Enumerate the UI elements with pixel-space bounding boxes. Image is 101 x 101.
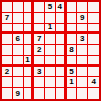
cell-r8c3-empty[interactable] (24, 77, 35, 88)
cell-r9c4-empty[interactable] (34, 88, 45, 99)
cell-r8c4-empty[interactable] (34, 77, 45, 88)
cell-r1c9-empty[interactable] (88, 2, 99, 13)
cell-r7c8-empty[interactable] (77, 67, 88, 78)
cell-r3c9-empty[interactable] (88, 24, 99, 35)
cell-r7c6-empty[interactable] (56, 67, 67, 78)
cell-r1c1-empty[interactable] (2, 2, 13, 13)
cell-r2c4-empty[interactable] (34, 13, 45, 24)
cell-r1c7-empty[interactable] (67, 2, 78, 13)
cell-r9c7-empty[interactable] (67, 88, 78, 99)
cell-r1c8-empty[interactable] (77, 2, 88, 13)
cell-r3c5-given: 1 (45, 24, 56, 35)
cell-r6c2-empty[interactable] (13, 56, 24, 67)
cell-r3c7-empty[interactable] (67, 24, 78, 35)
cell-r8c7-given: 1 (67, 77, 78, 88)
cell-r6c9-empty[interactable] (88, 56, 99, 67)
cell-r2c6-empty[interactable] (56, 13, 67, 24)
cell-r6c6-empty[interactable] (56, 56, 67, 67)
cell-r5c2-empty[interactable] (13, 45, 24, 56)
cell-r7c9-empty[interactable] (88, 67, 99, 78)
cell-r4c7-empty[interactable] (67, 34, 78, 45)
cell-r5c8-empty[interactable] (77, 45, 88, 56)
cell-r1c2-empty[interactable] (13, 2, 24, 13)
cell-r7c4-given: 3 (34, 67, 45, 78)
cell-r8c9-given: 4 (88, 77, 99, 88)
cell-r9c5-empty[interactable] (45, 88, 56, 99)
cell-r6c8-empty[interactable] (77, 56, 88, 67)
cell-r6c4-empty[interactable] (34, 56, 45, 67)
sudoku-board: 54791673281235149 (0, 0, 101, 101)
cell-r7c2-empty[interactable] (13, 67, 24, 78)
cell-r3c4-empty[interactable] (34, 24, 45, 35)
cell-r4c8-given: 3 (77, 34, 88, 45)
cell-r9c6-empty[interactable] (56, 88, 67, 99)
cell-r1c3-empty[interactable] (24, 2, 35, 13)
cell-r7c3-empty[interactable] (24, 67, 35, 78)
cell-r9c9-empty[interactable] (88, 88, 99, 99)
cell-r4c1-empty[interactable] (2, 34, 13, 45)
cell-r7c7-given: 5 (67, 67, 78, 78)
cell-r4c5-empty[interactable] (45, 34, 56, 45)
cell-r2c8-given: 9 (77, 13, 88, 24)
cell-r5c4-given: 2 (34, 45, 45, 56)
cell-r4c3-empty[interactable] (24, 34, 35, 45)
cell-r7c1-given: 2 (2, 67, 13, 78)
cell-r2c5-empty[interactable] (45, 13, 56, 24)
cell-r5c5-empty[interactable] (45, 45, 56, 56)
cell-r8c6-empty[interactable] (56, 77, 67, 88)
cell-r2c1-given: 7 (2, 13, 13, 24)
cell-r4c6-empty[interactable] (56, 34, 67, 45)
cell-r8c1-empty[interactable] (2, 77, 13, 88)
cell-r8c8-empty[interactable] (77, 77, 88, 88)
cell-r6c7-empty[interactable] (67, 56, 78, 67)
cell-r5c3-empty[interactable] (24, 45, 35, 56)
cell-r9c3-empty[interactable] (24, 88, 35, 99)
cell-r2c2-empty[interactable] (13, 13, 24, 24)
cell-r4c4-given: 7 (34, 34, 45, 45)
cell-r8c2-empty[interactable] (13, 77, 24, 88)
cell-r6c3-given: 1 (24, 56, 35, 67)
cell-r5c6-empty[interactable] (56, 45, 67, 56)
cell-r9c8-empty[interactable] (77, 88, 88, 99)
cell-r3c2-empty[interactable] (13, 24, 24, 35)
cell-r1c6-given: 4 (56, 2, 67, 13)
cell-r3c6-empty[interactable] (56, 24, 67, 35)
cell-r3c1-empty[interactable] (2, 24, 13, 35)
cell-r4c2-given: 6 (13, 34, 24, 45)
cell-r1c4-empty[interactable] (34, 2, 45, 13)
cell-r9c1-empty[interactable] (2, 88, 13, 99)
cell-r6c1-empty[interactable] (2, 56, 13, 67)
cell-r5c1-empty[interactable] (2, 45, 13, 56)
cell-r9c2-given: 9 (13, 88, 24, 99)
cell-r3c3-empty[interactable] (24, 24, 35, 35)
cell-r2c7-empty[interactable] (67, 13, 78, 24)
cell-r8c5-empty[interactable] (45, 77, 56, 88)
cell-r2c3-empty[interactable] (24, 13, 35, 24)
cell-r4c9-empty[interactable] (88, 34, 99, 45)
cell-r6c5-empty[interactable] (45, 56, 56, 67)
cell-r7c5-empty[interactable] (45, 67, 56, 78)
cell-r5c9-empty[interactable] (88, 45, 99, 56)
cell-r3c8-empty[interactable] (77, 24, 88, 35)
cell-r1c5-given: 5 (45, 2, 56, 13)
cell-r2c9-empty[interactable] (88, 13, 99, 24)
cell-r5c7-given: 8 (67, 45, 78, 56)
